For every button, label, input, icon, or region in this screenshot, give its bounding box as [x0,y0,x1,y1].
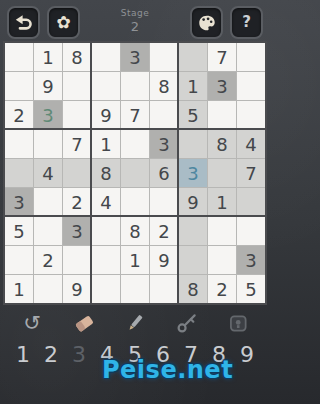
cell-r4c4[interactable]: 1 [92,130,120,158]
cell-r6c6[interactable] [150,188,178,216]
cell-r3c9[interactable] [237,101,265,129]
tool-bar: ↺ [0,305,270,336]
cell-r9c6[interactable] [150,275,178,303]
cell-r4c5[interactable] [121,130,149,158]
cell-r2c5[interactable] [121,72,149,100]
undo-icon: ↺ [23,313,41,334]
cell-r3c8[interactable] [208,101,236,129]
cell-r9c4[interactable] [92,275,120,303]
cell-r6c9[interactable] [237,188,265,216]
palette-icon [197,13,217,33]
cell-r8c8[interactable] [208,246,236,274]
cell-r1c5[interactable]: 3 [121,43,149,71]
numpad-digit-9[interactable]: 9 [236,342,258,367]
cell-r8c3[interactable] [63,246,91,274]
back-button[interactable] [7,6,40,39]
cell-r9c8[interactable]: 2 [208,275,236,303]
cell-r9c5[interactable] [121,275,149,303]
cell-r9c2[interactable] [34,275,62,303]
cell-r7c7[interactable] [179,217,207,245]
undo-button[interactable]: ↺ [20,311,44,335]
cell-r2c7[interactable]: 1 [179,72,207,100]
cell-r1c6[interactable] [150,43,178,71]
cell-r2c6[interactable]: 8 [150,72,178,100]
watermark: Peise.net [102,356,233,384]
cell-r2c4[interactable] [92,72,120,100]
cell-r8c1[interactable] [5,246,33,274]
stage-label: Stage [87,8,183,18]
hint-button[interactable] [226,311,250,335]
cell-r6c2[interactable] [34,188,62,216]
numpad-digit-3[interactable]: 3 [68,342,90,367]
cell-r5c7[interactable]: 3 [179,159,207,187]
stage-value: 2 [87,19,183,34]
cell-r6c7[interactable]: 9 [179,188,207,216]
help-button[interactable]: ? [230,6,263,39]
cell-r8c4[interactable] [92,246,120,274]
cell-r2c8[interactable]: 3 [208,72,236,100]
cell-r1c1[interactable] [5,43,33,71]
cell-r5c4[interactable]: 8 [92,159,120,187]
cell-r3c7[interactable]: 5 [179,101,207,129]
cell-r3c1[interactable]: 2 [5,101,33,129]
key-icon [175,311,199,335]
cell-r1c4[interactable] [92,43,120,71]
cell-r4c6[interactable]: 3 [150,130,178,158]
key-button[interactable] [175,311,199,335]
cell-r6c3[interactable]: 2 [63,188,91,216]
cell-r3c2[interactable]: 3 [34,101,62,129]
cell-r7c8[interactable] [208,217,236,245]
cell-r5c8[interactable] [208,159,236,187]
cell-r4c1[interactable] [5,130,33,158]
stage-indicator: Stage 2 [87,6,183,34]
cell-r7c9[interactable] [237,217,265,245]
cell-r8c6[interactable]: 9 [150,246,178,274]
cell-r7c1[interactable]: 5 [5,217,33,245]
eraser-icon [72,311,96,335]
eraser-button[interactable] [72,311,96,335]
cell-r1c8[interactable]: 7 [208,43,236,71]
cell-r6c1[interactable]: 3 [5,188,33,216]
cell-r5c6[interactable]: 6 [150,159,178,187]
pencil-button[interactable] [123,311,147,335]
numpad-digit-1[interactable]: 1 [12,342,34,367]
cell-r5c3[interactable] [63,159,91,187]
back-arrow-icon [14,13,34,33]
cell-r5c1[interactable] [5,159,33,187]
cell-r4c9[interactable]: 4 [237,130,265,158]
cell-r4c3[interactable]: 7 [63,130,91,158]
top-bar: ✿ Stage 2 ? [0,0,270,39]
cell-r6c8[interactable]: 1 [208,188,236,216]
sudoku-board: 1837981323975713844863732491538221931982… [3,41,267,305]
cell-r2c9[interactable] [237,72,265,100]
hint-icon [226,311,250,335]
cell-r9c1[interactable]: 1 [5,275,33,303]
cell-r4c7[interactable] [179,130,207,158]
cell-r5c2[interactable]: 4 [34,159,62,187]
cell-r7c5[interactable]: 8 [121,217,149,245]
cell-r9c9[interactable]: 5 [237,275,265,303]
cell-r1c2[interactable]: 1 [34,43,62,71]
cell-r8c9[interactable]: 3 [237,246,265,274]
cell-r1c9[interactable] [237,43,265,71]
cell-r3c6[interactable] [150,101,178,129]
cell-r7c4[interactable] [92,217,120,245]
gear-icon: ✿ [56,14,70,31]
cell-r9c3[interactable]: 9 [63,275,91,303]
cell-r9c7[interactable]: 8 [179,275,207,303]
cell-r3c3[interactable] [63,101,91,129]
cell-r8c7[interactable] [179,246,207,274]
cell-r7c6[interactable]: 2 [150,217,178,245]
cell-r2c3[interactable] [63,72,91,100]
cell-r2c2[interactable]: 9 [34,72,62,100]
numpad-digit-2[interactable]: 2 [40,342,62,367]
cell-r4c2[interactable] [34,130,62,158]
pencil-icon [123,311,147,335]
settings-button[interactable]: ✿ [47,6,80,39]
cell-r8c2[interactable]: 2 [34,246,62,274]
cell-r1c7[interactable] [179,43,207,71]
cell-r5c5[interactable] [121,159,149,187]
cell-r8c5[interactable]: 1 [121,246,149,274]
cell-r2c1[interactable] [5,72,33,100]
cell-r3c5[interactable]: 7 [121,101,149,129]
question-mark-icon: ? [242,15,251,30]
board-area: 1837981323975713844863732491538221931982… [3,41,267,305]
cell-r6c4[interactable]: 4 [92,188,120,216]
cell-r6c5[interactable] [121,188,149,216]
theme-button[interactable] [190,6,223,39]
cell-r1c3[interactable]: 8 [63,43,91,71]
cell-r3c4[interactable]: 9 [92,101,120,129]
cell-r5c9[interactable]: 7 [237,159,265,187]
cell-r7c3[interactable]: 3 [63,217,91,245]
cell-r7c2[interactable] [34,217,62,245]
cell-r4c8[interactable]: 8 [208,130,236,158]
